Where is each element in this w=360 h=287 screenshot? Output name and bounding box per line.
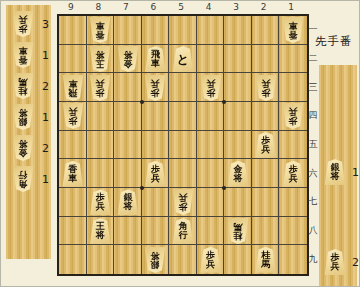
piece-kanji: 兵	[206, 260, 215, 269]
square-9-1[interactable]	[59, 16, 87, 45]
square-1-2[interactable]	[279, 45, 307, 74]
piece-kanji: 車	[68, 79, 77, 88]
square-9-7[interactable]	[59, 188, 87, 217]
piece-gote-gold[interactable]: 金将	[11, 135, 35, 161]
square-5-3[interactable]	[169, 73, 197, 102]
piece-gote-bishop[interactable]: 角行	[11, 166, 35, 192]
square-7-9[interactable]	[114, 245, 142, 274]
piece-kanji: 歩	[19, 24, 28, 33]
square-9-9[interactable]	[59, 245, 87, 274]
piece-gote-knight[interactable]: 桂馬	[11, 73, 35, 99]
piece-kanji: 歩	[289, 116, 298, 125]
piece-kanji: 香	[289, 30, 298, 39]
square-1-5[interactable]	[279, 131, 307, 160]
file-label-6: 6	[143, 2, 163, 13]
piece-kanji: 桂	[234, 231, 243, 240]
square-4-4[interactable]	[197, 102, 225, 131]
piece-sente-pawn[interactable]: 歩兵	[323, 249, 347, 275]
piece-kanji: 歩	[68, 116, 77, 125]
piece-kanji: 車	[68, 174, 77, 183]
rank-label-3: 三	[306, 81, 320, 94]
shogi-board: 香車香車玉将金将飛車と飛車歩兵歩兵歩兵歩兵歩兵歩兵歩兵香車歩兵金将歩兵歩兵銀将歩…	[57, 14, 309, 276]
square-4-7[interactable]	[197, 188, 225, 217]
square-6-4[interactable]	[142, 102, 170, 131]
piece-gote-silver[interactable]: 銀将	[11, 104, 35, 130]
piece-kanji: 馬	[261, 260, 270, 269]
square-8-9[interactable]	[87, 245, 115, 274]
piece-kanji: 銀	[151, 260, 160, 269]
rank-label-2: 二	[306, 52, 320, 65]
square-6-1[interactable]	[142, 16, 170, 45]
piece-kanji: 車	[289, 21, 298, 30]
square-4-2[interactable]	[197, 45, 225, 74]
piece-gote-pawn[interactable]: 歩兵	[11, 11, 35, 37]
square-3-5[interactable]	[224, 131, 252, 160]
piece-kanji: 兵	[151, 79, 160, 88]
piece-kanji: 将	[331, 172, 340, 181]
piece-gote-lance[interactable]: 香車	[11, 42, 35, 68]
hand-count-gote-gold: 2	[42, 142, 49, 155]
piece-kanji: 兵	[261, 145, 270, 154]
square-7-4[interactable]	[114, 102, 142, 131]
rank-label-9: 九	[306, 253, 320, 266]
piece-kanji: 香	[19, 55, 28, 64]
gote-hand-tray: 歩兵3香車1桂馬2銀将1金将2角行1	[6, 5, 51, 259]
piece-kanji: 行	[19, 170, 28, 179]
piece-kanji: 歩	[151, 88, 160, 97]
square-5-5[interactable]	[169, 131, 197, 160]
square-6-5[interactable]	[142, 131, 170, 160]
piece-kanji: 車	[151, 59, 160, 68]
hand-count-sente-pawn: 2	[352, 256, 359, 269]
piece-kanji: 将	[96, 231, 105, 240]
hand-count-sente-silver: 1	[352, 166, 359, 179]
square-2-2[interactable]	[252, 45, 280, 74]
square-9-5[interactable]	[59, 131, 87, 160]
square-9-2[interactable]	[59, 45, 87, 74]
piece-kanji: 歩	[261, 88, 270, 97]
hand-count-gote-silver: 1	[42, 111, 49, 124]
piece-kanji: 兵	[151, 174, 160, 183]
square-1-7[interactable]	[279, 188, 307, 217]
piece-kanji: 車	[19, 46, 28, 55]
square-4-8[interactable]	[197, 217, 225, 246]
square-3-7[interactable]	[224, 188, 252, 217]
square-5-4[interactable]	[169, 102, 197, 131]
file-label-2: 2	[254, 2, 274, 13]
square-6-7[interactable]	[142, 188, 170, 217]
square-6-8[interactable]	[142, 217, 170, 246]
square-7-1[interactable]	[114, 16, 142, 45]
piece-kanji: と	[177, 53, 189, 65]
star-point	[140, 100, 144, 104]
square-4-1[interactable]	[197, 16, 225, 45]
square-3-1[interactable]	[224, 16, 252, 45]
piece-kanji: 兵	[179, 193, 188, 202]
hand-count-gote-bishop: 1	[42, 173, 49, 186]
piece-kanji: 桂	[19, 86, 28, 95]
piece-kanji: 金	[19, 148, 28, 157]
star-point	[222, 100, 226, 104]
piece-kanji: 将	[19, 108, 28, 117]
square-7-6[interactable]	[114, 159, 142, 188]
rank-label-1: 一	[306, 23, 320, 36]
rank-label-8: 八	[306, 224, 320, 237]
rank-label-6: 六	[306, 167, 320, 180]
piece-kanji: 兵	[261, 79, 270, 88]
piece-kanji: 玉	[96, 59, 105, 68]
file-label-3: 3	[226, 2, 246, 13]
piece-kanji: 行	[179, 231, 188, 240]
star-point	[222, 186, 226, 190]
hand-count-gote-pawn: 3	[42, 18, 49, 31]
piece-kanji: 馬	[19, 77, 28, 86]
file-label-1: 1	[281, 2, 301, 13]
hand-count-gote-lance: 1	[42, 49, 49, 62]
square-1-9[interactable]	[279, 245, 307, 274]
square-3-9[interactable]	[224, 245, 252, 274]
file-label-7: 7	[116, 2, 136, 13]
piece-kanji: 銀	[19, 117, 28, 126]
square-5-6[interactable]	[169, 159, 197, 188]
square-2-1[interactable]	[252, 16, 280, 45]
piece-kanji: 兵	[96, 202, 105, 211]
file-label-4: 4	[199, 2, 219, 13]
rank-label-5: 五	[306, 138, 320, 151]
piece-kanji: 将	[123, 50, 132, 59]
piece-kanji: 飛	[68, 88, 77, 97]
square-5-9[interactable]	[169, 245, 197, 274]
piece-kanji: 歩	[206, 88, 215, 97]
piece-kanji: 金	[123, 59, 132, 68]
piece-kanji: 兵	[68, 107, 77, 116]
file-label-8: 8	[88, 2, 108, 13]
piece-kanji: 兵	[331, 262, 340, 271]
piece-kanji: 将	[234, 174, 243, 183]
piece-kanji: 馬	[234, 222, 243, 231]
sente-hand-tray: 銀将1歩兵2	[319, 65, 357, 287]
star-point	[140, 186, 144, 190]
piece-kanji: 兵	[96, 79, 105, 88]
piece-kanji: 香	[96, 30, 105, 39]
rank-label-7: 七	[306, 195, 320, 208]
piece-kanji: 将	[123, 202, 132, 211]
piece-kanji: 車	[96, 21, 105, 30]
square-8-6[interactable]	[87, 159, 115, 188]
rank-label-4: 四	[306, 109, 320, 122]
hand-count-gote-knight: 2	[42, 80, 49, 93]
piece-kanji: 将	[19, 139, 28, 148]
piece-kanji: 将	[151, 251, 160, 260]
piece-kanji: 歩	[96, 88, 105, 97]
file-label-9: 9	[61, 2, 81, 13]
square-8-4[interactable]	[87, 102, 115, 131]
piece-kanji: 歩	[179, 202, 188, 211]
square-4-6[interactable]	[197, 159, 225, 188]
piece-kanji: 兵	[206, 79, 215, 88]
square-1-3[interactable]	[279, 73, 307, 102]
square-8-5[interactable]	[87, 131, 115, 160]
turn-indicator: 先手番	[315, 34, 360, 49]
square-9-8[interactable]	[59, 217, 87, 246]
square-3-3[interactable]	[224, 73, 252, 102]
square-7-5[interactable]	[114, 131, 142, 160]
piece-kanji: 兵	[289, 107, 298, 116]
square-7-3[interactable]	[114, 73, 142, 102]
piece-kanji: 将	[96, 50, 105, 59]
square-3-4[interactable]	[224, 102, 252, 131]
piece-kanji: 兵	[19, 15, 28, 24]
square-4-5[interactable]	[197, 131, 225, 160]
piece-kanji: 角	[19, 179, 28, 188]
square-2-4[interactable]	[252, 102, 280, 131]
square-2-8[interactable]	[252, 217, 280, 246]
square-2-7[interactable]	[252, 188, 280, 217]
square-1-8[interactable]	[279, 217, 307, 246]
file-label-5: 5	[171, 2, 191, 13]
square-7-8[interactable]	[114, 217, 142, 246]
piece-kanji: 兵	[289, 174, 298, 183]
piece-sente-silver[interactable]: 銀将	[323, 159, 347, 185]
shogi-app: { "game": "shogi", "turn": "先手番", "posit…	[0, 0, 360, 287]
square-5-1[interactable]	[169, 16, 197, 45]
square-2-6[interactable]	[252, 159, 280, 188]
square-3-2[interactable]	[224, 45, 252, 74]
